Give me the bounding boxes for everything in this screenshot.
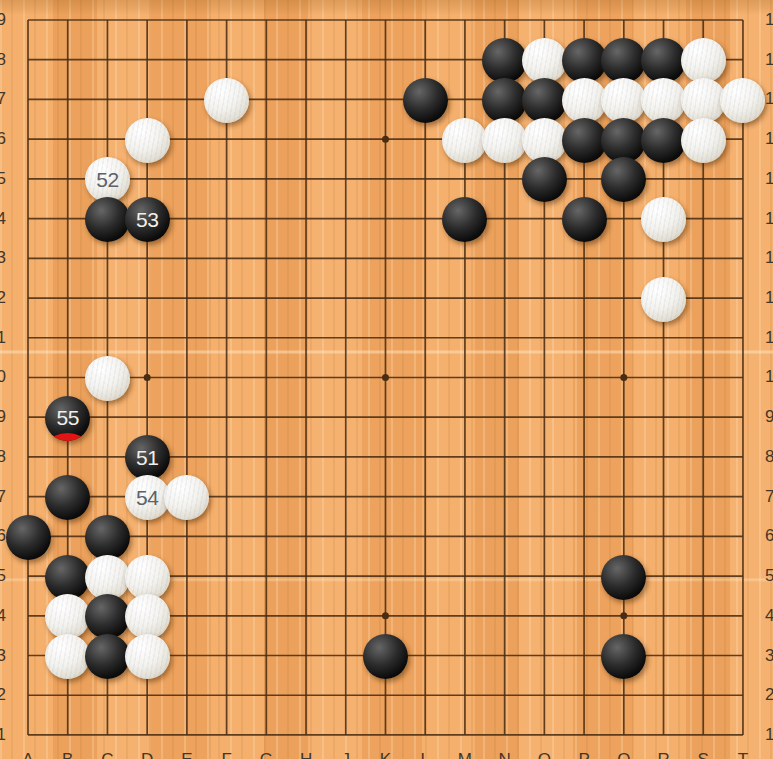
row-label-right-9: 9 [765,408,773,426]
stone-white-b3[interactable] [45,634,90,679]
stone-white-n16[interactable] [482,118,527,163]
stone-white-m16[interactable] [442,118,487,163]
move-number: 51 [125,435,170,480]
star-point [620,612,627,619]
row-label-left-14: 14 [0,210,6,228]
stone-black-d14[interactable]: 53 [125,197,170,242]
stone-black-n17[interactable] [482,78,527,123]
star-point [382,612,389,619]
row-label-left-7: 7 [0,488,6,506]
row-label-right-18: 18 [765,51,773,69]
row-label-left-10: 10 [0,368,6,386]
stone-white-q17[interactable] [601,78,646,123]
stone-white-f17[interactable] [204,78,249,123]
stone-black-o15[interactable] [522,157,567,202]
row-label-right-4: 4 [765,607,773,625]
move-number: 53 [125,197,170,242]
stone-black-q3[interactable] [601,634,646,679]
row-label-right-8: 8 [765,448,773,466]
stone-black-q18[interactable] [601,38,646,83]
stone-white-r12[interactable] [641,277,686,322]
row-label-right-13: 13 [765,249,773,267]
row-label-left-16: 16 [0,130,6,148]
stone-white-s16[interactable] [681,118,726,163]
row-label-left-2: 2 [0,686,6,704]
column-label-R: R [651,751,677,759]
stone-white-d16[interactable] [125,118,170,163]
column-label-L: L [412,751,438,759]
stone-white-o18[interactable] [522,38,567,83]
row-label-right-5: 5 [765,567,773,585]
stone-black-c4[interactable] [85,594,130,639]
row-label-left-12: 12 [0,289,6,307]
stone-black-l17[interactable] [403,78,448,123]
stone-black-p18[interactable] [562,38,607,83]
stone-black-b7[interactable] [45,475,90,520]
stone-black-o17[interactable] [522,78,567,123]
column-label-P: P [571,751,597,759]
row-label-right-19: 19 [765,11,773,29]
row-label-right-17: 17 [765,90,773,108]
star-point [382,136,389,143]
stone-black-r16[interactable] [641,118,686,163]
stone-white-d5[interactable] [125,555,170,600]
column-label-O: O [531,751,557,759]
row-label-right-2: 2 [765,686,773,704]
stone-black-c14[interactable] [85,197,130,242]
row-label-left-18: 18 [0,51,6,69]
row-label-right-10: 10 [765,368,773,386]
row-label-left-5: 5 [0,567,6,585]
row-label-left-19: 19 [0,11,6,29]
row-label-right-7: 7 [765,488,773,506]
stone-black-p16[interactable] [562,118,607,163]
column-label-B: B [55,751,81,759]
column-label-J: J [333,751,359,759]
stone-black-q5[interactable] [601,555,646,600]
stone-black-q16[interactable] [601,118,646,163]
move-number: 54 [125,475,170,520]
row-label-left-8: 8 [0,448,6,466]
stone-white-p17[interactable] [562,78,607,123]
column-label-S: S [690,751,716,759]
column-label-Q: Q [611,751,637,759]
column-label-E: E [174,751,200,759]
row-label-left-9: 9 [0,408,6,426]
go-board[interactable]: 1919181817171616151514141313121211111010… [0,0,773,759]
stone-black-m14[interactable] [442,197,487,242]
move-number: 55 [45,396,90,441]
row-label-right-14: 14 [765,210,773,228]
stone-white-b4[interactable] [45,594,90,639]
stone-white-o16[interactable] [522,118,567,163]
row-label-right-12: 12 [765,289,773,307]
row-label-left-17: 17 [0,90,6,108]
star-point [382,374,389,381]
row-label-left-1: 1 [0,726,6,744]
column-label-F: F [214,751,240,759]
row-label-left-15: 15 [0,170,6,188]
column-label-T: T [730,751,756,759]
column-label-M: M [452,751,478,759]
stone-black-q15[interactable] [601,157,646,202]
stone-white-c15[interactable]: 52 [85,157,130,202]
stone-black-p14[interactable] [562,197,607,242]
row-label-left-4: 4 [0,607,6,625]
stone-white-s17[interactable] [681,78,726,123]
column-label-K: K [372,751,398,759]
column-label-G: G [253,751,279,759]
star-point [144,374,151,381]
move-number: 52 [85,157,130,202]
row-label-right-16: 16 [765,130,773,148]
stone-black-b9[interactable]: 55 [45,396,90,441]
column-label-D: D [134,751,160,759]
stone-white-t17[interactable] [720,78,765,123]
stone-white-c10[interactable] [85,356,130,401]
stone-white-r17[interactable] [641,78,686,123]
row-label-right-15: 15 [765,170,773,188]
stone-black-k3[interactable] [363,634,408,679]
stone-black-c6[interactable] [85,515,130,560]
column-label-H: H [293,751,319,759]
stone-black-d8[interactable]: 51 [125,435,170,480]
stone-black-r18[interactable] [641,38,686,83]
stone-black-c3[interactable] [85,634,130,679]
column-label-N: N [492,751,518,759]
row-label-right-6: 6 [765,527,773,545]
row-label-right-11: 11 [765,329,773,347]
row-label-right-1: 1 [765,726,773,744]
stone-white-d4[interactable] [125,594,170,639]
row-label-left-13: 13 [0,249,6,267]
stone-white-d3[interactable] [125,634,170,679]
stone-white-c5[interactable] [85,555,130,600]
stone-black-a6[interactable] [6,515,51,560]
stone-black-n18[interactable] [482,38,527,83]
row-label-left-3: 3 [0,647,6,665]
stone-black-b5[interactable] [45,555,90,600]
row-label-left-11: 11 [0,329,6,347]
row-label-right-3: 3 [765,647,773,665]
stone-white-e7[interactable] [164,475,209,520]
column-label-C: C [94,751,120,759]
stone-white-r14[interactable] [641,197,686,242]
stone-white-d7[interactable]: 54 [125,475,170,520]
star-point [620,374,627,381]
column-label-A: A [15,751,41,759]
stone-white-s18[interactable] [681,38,726,83]
